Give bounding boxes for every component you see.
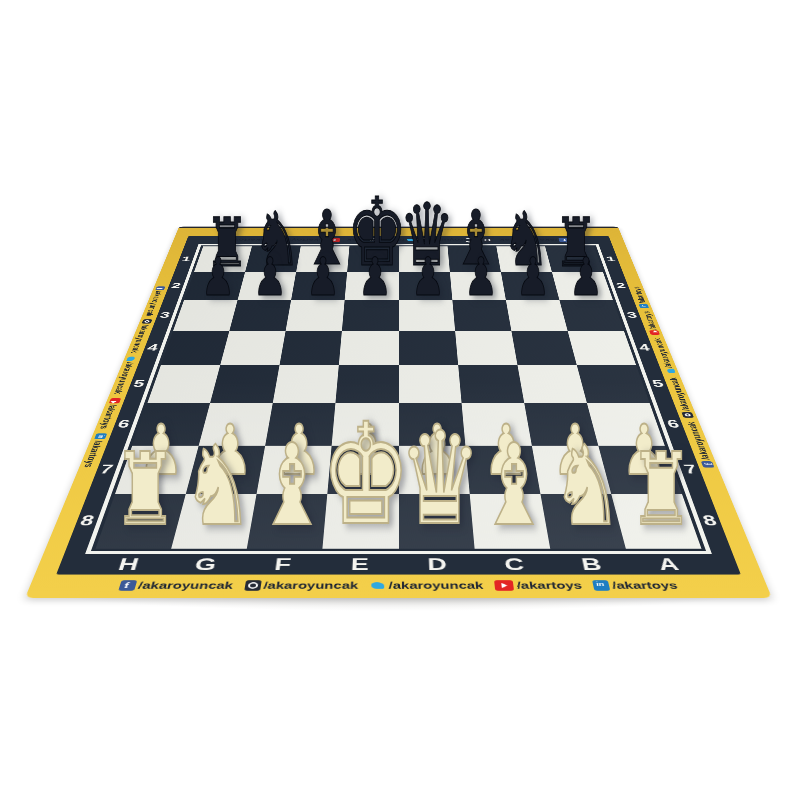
- social-handle: /akartoys: [516, 580, 583, 591]
- square-e4[interactable]: [339, 331, 398, 365]
- youtube-icon: [109, 398, 121, 403]
- piece-black-pawn-b2[interactable]: ♟: [516, 251, 550, 304]
- social-item-linkedin: /akartoys: [592, 580, 679, 591]
- file-label-c-near: C: [475, 554, 555, 574]
- social-strip-bottom: /akaroyuncak/akaroyuncak/akaroyuncak/aka…: [78, 573, 719, 598]
- youtube-icon: [494, 580, 514, 590]
- twitter-icon: [664, 369, 676, 374]
- square-f4[interactable]: [280, 331, 342, 365]
- product-photo-scene: HGFEDCBA ABCDEFGH 12345678 12345678 /aka…: [0, 0, 800, 800]
- social-handle: /akaroyuncak: [389, 580, 484, 591]
- facebook-icon: [156, 287, 166, 291]
- square-a4[interactable]: [568, 331, 637, 365]
- linkedin-icon: [95, 433, 108, 439]
- square-b4[interactable]: [511, 331, 576, 365]
- social-item-facebook: /akaroyuncak: [118, 580, 234, 591]
- piece-white-queen-d8[interactable]: ♛: [399, 415, 482, 543]
- instagram-icon: [142, 319, 153, 323]
- square-b5[interactable]: [517, 365, 587, 403]
- piece-black-pawn-g2[interactable]: ♟: [253, 251, 287, 304]
- social-item-instagram: /akaroyuncak: [244, 580, 358, 591]
- piece-white-bishop-c8[interactable]: ♝: [477, 429, 549, 541]
- social-handle: /akartoys: [611, 580, 679, 591]
- piece-black-pawn-c2[interactable]: ♟: [463, 251, 497, 304]
- linkedin-icon: [638, 304, 648, 308]
- twitter-icon: [127, 356, 138, 361]
- instagram-icon: [681, 412, 694, 418]
- social-item-twitter: /akaroyuncak: [370, 580, 484, 591]
- piece-black-pawn-f2[interactable]: ♟: [306, 251, 340, 304]
- file-label-d-near: D: [399, 554, 477, 574]
- file-labels-near: HGFEDCBA: [86, 554, 710, 574]
- square-c4[interactable]: [455, 331, 517, 365]
- social-handle: /akaroyuncak: [137, 580, 234, 591]
- file-label-f-near: F: [242, 554, 322, 574]
- youtube-icon: [649, 331, 660, 335]
- social-handle: /akaroyuncak: [263, 580, 359, 591]
- instagram-icon: [244, 580, 261, 590]
- square-c5[interactable]: [458, 365, 524, 403]
- piece-black-pawn-e2[interactable]: ♟: [358, 251, 392, 304]
- square-h4[interactable]: [161, 331, 230, 365]
- facebook-icon: [700, 461, 714, 467]
- facebook-icon: [118, 580, 137, 590]
- piece-white-king-e8[interactable]: ♚: [321, 405, 411, 545]
- file-label-b-near: B: [551, 554, 633, 574]
- piece-black-pawn-h2[interactable]: ♟: [201, 251, 235, 304]
- square-d4[interactable]: [399, 331, 458, 365]
- square-g4[interactable]: [220, 331, 285, 365]
- social-handle: /akartoys: [631, 287, 648, 304]
- piece-black-pawn-d2[interactable]: ♟: [411, 251, 445, 304]
- social-item-youtube: /akartoys: [494, 580, 582, 591]
- twitter-icon: [370, 580, 386, 590]
- file-label-a-near: A: [627, 554, 710, 574]
- file-label-e-near: E: [320, 554, 398, 574]
- piece-white-rook-h8[interactable]: ♜: [112, 440, 177, 540]
- piece-white-knight-b8[interactable]: ♞: [552, 431, 623, 541]
- piece-white-bishop-f8[interactable]: ♝: [256, 429, 328, 541]
- square-h5[interactable]: [147, 365, 220, 403]
- piece-black-pawn-a2[interactable]: ♟: [568, 251, 602, 304]
- piece-white-knight-g8[interactable]: ♞: [183, 431, 254, 541]
- piece-white-rook-a8[interactable]: ♜: [629, 440, 694, 540]
- square-g5[interactable]: [210, 365, 280, 403]
- file-label-h-near: H: [86, 554, 169, 574]
- linkedin-icon: [592, 580, 610, 590]
- file-label-g-near: G: [164, 554, 246, 574]
